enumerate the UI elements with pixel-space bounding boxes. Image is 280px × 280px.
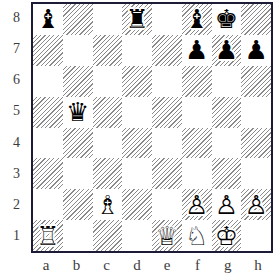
square-f7[interactable]: ♟ [182,35,212,66]
rank-label-3: 3 [0,158,30,189]
square-c3[interactable] [93,158,123,189]
square-d4[interactable] [122,128,152,159]
square-d7[interactable] [122,35,152,66]
chess-diagram: 87654321 ♝♜♝♚♟♟♟♛♗♙♙♙♖♕♘♔ abcdefgh [0,0,280,280]
square-e8[interactable] [152,4,182,35]
square-e5[interactable] [152,97,182,128]
white-king-g1[interactable]: ♔ [215,223,238,249]
square-e6[interactable] [152,66,182,97]
square-g6[interactable] [212,66,242,97]
square-h2[interactable]: ♙ [241,189,271,220]
rank-label-5: 5 [0,96,30,127]
square-f5[interactable] [182,97,212,128]
square-f4[interactable] [182,128,212,159]
file-label-e: e [152,253,182,277]
file-label-d: d [122,253,152,277]
square-a4[interactable] [33,128,63,159]
square-e4[interactable] [152,128,182,159]
black-pawn-h7[interactable]: ♟ [244,37,267,63]
square-b6[interactable] [63,66,93,97]
square-b8[interactable] [63,4,93,35]
square-d5[interactable] [122,97,152,128]
square-b7[interactable] [63,35,93,66]
square-b2[interactable] [63,189,93,220]
black-bishop-f8[interactable]: ♝ [185,6,208,32]
square-g2[interactable]: ♙ [212,189,242,220]
white-pawn-f2[interactable]: ♙ [185,192,208,218]
square-a8[interactable]: ♝ [33,4,63,35]
chess-board: ♝♜♝♚♟♟♟♛♗♙♙♙♖♕♘♔ [31,2,273,253]
square-h6[interactable] [241,66,271,97]
square-f2[interactable]: ♙ [182,189,212,220]
square-d6[interactable] [122,66,152,97]
file-label-g: g [213,253,243,277]
rank-label-4: 4 [0,127,30,158]
square-g1[interactable]: ♔ [212,220,242,251]
black-king-g8[interactable]: ♚ [215,6,238,32]
white-rook-a1[interactable]: ♖ [36,223,59,249]
square-d1[interactable] [122,220,152,251]
white-bishop-c2[interactable]: ♗ [96,192,119,218]
square-g3[interactable] [212,158,242,189]
square-h1[interactable] [241,220,271,251]
black-pawn-f7[interactable]: ♟ [185,37,208,63]
square-b3[interactable] [63,158,93,189]
square-e2[interactable] [152,189,182,220]
square-d8[interactable]: ♜ [122,4,152,35]
square-e3[interactable] [152,158,182,189]
rank-label-8: 8 [0,2,30,33]
rank-label-7: 7 [0,33,30,64]
black-pawn-g7[interactable]: ♟ [215,37,238,63]
rank-label-1: 1 [0,221,30,252]
square-f3[interactable] [182,158,212,189]
square-a7[interactable] [33,35,63,66]
rank-label-2: 2 [0,190,30,221]
white-pawn-g2[interactable]: ♙ [215,192,238,218]
square-c8[interactable] [93,4,123,35]
rank-labels: 87654321 [0,2,30,252]
square-d2[interactable] [122,189,152,220]
file-label-h: h [243,253,273,277]
file-label-f: f [182,253,212,277]
square-g5[interactable] [212,97,242,128]
square-a1[interactable]: ♖ [33,220,63,251]
square-e7[interactable] [152,35,182,66]
square-g8[interactable]: ♚ [212,4,242,35]
square-h7[interactable]: ♟ [241,35,271,66]
square-f6[interactable] [182,66,212,97]
square-h4[interactable] [241,128,271,159]
white-pawn-h2[interactable]: ♙ [244,192,267,218]
black-rook-d8[interactable]: ♜ [125,6,148,32]
square-g7[interactable]: ♟ [212,35,242,66]
file-labels: abcdefgh [31,253,273,277]
square-a5[interactable] [33,97,63,128]
square-c6[interactable] [93,66,123,97]
square-c2[interactable]: ♗ [93,189,123,220]
black-queen-b5[interactable]: ♛ [66,99,89,125]
square-e1[interactable]: ♕ [152,220,182,251]
square-c4[interactable] [93,128,123,159]
file-label-a: a [31,253,61,277]
rank-label-6: 6 [0,65,30,96]
square-a3[interactable] [33,158,63,189]
square-h5[interactable] [241,97,271,128]
square-f8[interactable]: ♝ [182,4,212,35]
square-h8[interactable] [241,4,271,35]
square-c5[interactable] [93,97,123,128]
square-b1[interactable] [63,220,93,251]
square-b4[interactable] [63,128,93,159]
file-label-c: c [92,253,122,277]
white-queen-e1[interactable]: ♕ [155,223,178,249]
square-c1[interactable] [93,220,123,251]
square-g4[interactable] [212,128,242,159]
square-a2[interactable] [33,189,63,220]
black-bishop-a8[interactable]: ♝ [36,6,59,32]
square-d3[interactable] [122,158,152,189]
square-h3[interactable] [241,158,271,189]
square-a6[interactable] [33,66,63,97]
white-knight-f1[interactable]: ♘ [185,223,208,249]
file-label-b: b [61,253,91,277]
square-b5[interactable]: ♛ [63,97,93,128]
square-f1[interactable]: ♘ [182,220,212,251]
square-c7[interactable] [93,35,123,66]
